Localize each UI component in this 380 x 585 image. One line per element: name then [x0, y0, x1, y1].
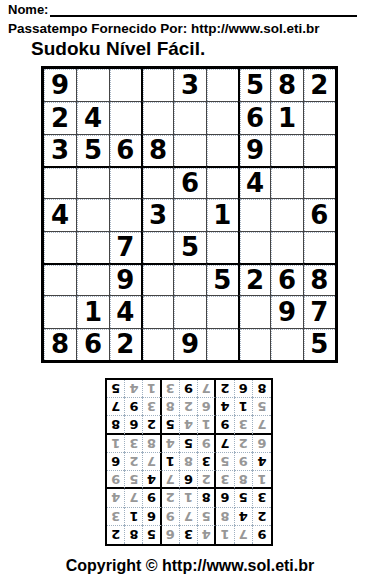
solution-solved-digit: 5: [257, 400, 266, 413]
name-row: Nome:: [8, 2, 357, 17]
solution-solved-digit: 4: [166, 437, 175, 450]
given-digit: 7: [116, 234, 134, 260]
solution-solved-digit: 1: [220, 528, 229, 541]
solution-cell-r9c1: 8: [253, 380, 271, 398]
given-digit: 8: [278, 72, 296, 98]
solution-solved-digit: 8: [220, 510, 229, 523]
solution-cell-r9c7: 1: [143, 380, 161, 398]
solution-cell-r3c7: 9: [143, 489, 161, 507]
solution-solved-digit: 7: [202, 382, 211, 395]
given-digit: 5: [246, 72, 264, 98]
solution-solved-digit: 5: [129, 473, 138, 486]
solution-cell-r7c5: 4: [180, 416, 198, 434]
given-digit: 1: [278, 105, 296, 131]
given-digit: 8: [310, 267, 328, 293]
solution-given-digit: 6: [239, 382, 248, 395]
cell-r1c8: 8: [270, 69, 302, 101]
cell-r6c2: [76, 231, 108, 263]
given-digit: 9: [246, 137, 264, 163]
cell-r5c8: [270, 198, 302, 230]
solution-cell-r6c9: 1: [107, 435, 125, 453]
cell-r5c2: [76, 198, 108, 230]
solution-solved-digit: 9: [202, 437, 211, 450]
given-digit: 1: [84, 299, 102, 325]
given-digit: 2: [51, 105, 69, 131]
solution-solved-digit: 4: [111, 491, 120, 504]
given-digit: 5: [213, 267, 231, 293]
solution-cell-r2c7: 6: [143, 508, 161, 526]
cell-r3c7: 9: [238, 134, 270, 166]
cell-r4c5: 6: [173, 166, 205, 198]
cell-r8c8: 9: [270, 295, 302, 327]
given-digit: 4: [51, 202, 69, 228]
solution-solved-digit: 3: [129, 437, 138, 450]
solution-given-digit: 3: [184, 528, 193, 541]
solution-cell-r7c8: 6: [125, 416, 143, 434]
cell-r3c6: [206, 134, 238, 166]
solution-solved-digit: 1: [147, 382, 156, 395]
cell-r3c5: [173, 134, 205, 166]
solution-given-digit: 9: [220, 418, 229, 431]
solution-solved-digit: 2: [202, 473, 211, 486]
solution-cell-r4c8: 5: [125, 471, 143, 489]
solution-cell-r6c4: 9: [198, 435, 216, 453]
printable-sudoku-page: Nome: Passatempo Fornecido Por: http://w…: [0, 0, 380, 585]
solution-cell-r3c2: 5: [235, 489, 253, 507]
main-sudoku-grid: 935822461356896443167595268149786295: [41, 66, 338, 363]
solution-cell-r4c3: 3: [216, 471, 234, 489]
cell-r9c2: 6: [76, 328, 108, 360]
cell-r6c1: [44, 231, 76, 263]
cell-r1c2: [76, 69, 108, 101]
solution-given-digit: 8: [111, 418, 120, 431]
solution-cell-r8c1: 5: [253, 398, 271, 416]
cell-r5c6: 1: [206, 198, 238, 230]
solution-solved-digit: 8: [147, 437, 156, 450]
solution-given-digit: 4: [257, 455, 266, 468]
solution-given-digit: 9: [184, 382, 193, 395]
given-digit: 1: [213, 202, 231, 228]
solution-solved-digit: 3: [166, 382, 175, 395]
cell-r9c3: 2: [109, 328, 141, 360]
solution-solved-digit: 4: [202, 528, 211, 541]
given-digit: 3: [51, 137, 69, 163]
solution-cell-r9c5: 9: [180, 380, 198, 398]
cell-r1c4: [141, 69, 173, 101]
cell-r8c7: [238, 295, 270, 327]
solution-cell-r3c1: 3: [253, 489, 271, 507]
cell-r6c3: 7: [109, 231, 141, 263]
given-digit: 6: [310, 202, 328, 228]
cell-r8c9: 7: [303, 295, 335, 327]
solution-solved-digit: 4: [129, 382, 138, 395]
solution-cell-r8c6: 8: [162, 398, 180, 416]
cell-r6c9: [303, 231, 335, 263]
cell-r2c4: [141, 101, 173, 133]
cell-r3c2: 5: [76, 134, 108, 166]
solution-cell-r8c7: 3: [143, 398, 161, 416]
cell-r4c9: [303, 166, 335, 198]
page-title: Sudoku Nível Fácil.: [31, 38, 205, 60]
cell-r5c1: 4: [44, 198, 76, 230]
given-digit: 9: [278, 299, 296, 325]
cell-r7c1: [44, 263, 76, 295]
solution-given-digit: 3: [257, 491, 266, 504]
given-digit: 5: [181, 234, 199, 260]
cell-r4c6: [206, 166, 238, 198]
solution-cell-r1c8: 8: [125, 526, 143, 544]
cell-r3c4: 8: [141, 134, 173, 166]
solution-cell-r8c8: 9: [125, 398, 143, 416]
solution-grid: 9714365822485796133568129741832674594953…: [105, 378, 273, 546]
given-digit: 9: [51, 72, 69, 98]
solution-given-digit: 1: [239, 400, 248, 413]
given-digit: 3: [181, 72, 199, 98]
solution-solved-digit: 7: [239, 528, 248, 541]
solution-cell-r2c6: 9: [162, 508, 180, 526]
solution-cell-r6c7: 8: [143, 435, 161, 453]
cell-r1c7: 5: [238, 69, 270, 101]
given-digit: 4: [246, 170, 264, 196]
solution-given-digit: 4: [220, 400, 229, 413]
cell-r4c2: [76, 166, 108, 198]
solution-cell-r7c1: 7: [253, 416, 271, 434]
solution-given-digit: 5: [184, 437, 193, 450]
solution-given-digit: 8: [257, 382, 266, 395]
given-digit: 6: [84, 331, 102, 357]
solution-cell-r1c2: 7: [235, 526, 253, 544]
copyright-text: Copyright © http://www.sol.eti.br: [0, 557, 380, 575]
solution-cell-r9c3: 2: [216, 380, 234, 398]
solution-cell-r9c9: 5: [107, 380, 125, 398]
given-digit: 2: [310, 72, 328, 98]
cell-r8c2: 1: [76, 295, 108, 327]
solution-cell-r9c2: 6: [235, 380, 253, 398]
solution-solved-digit: 3: [220, 473, 229, 486]
solution-cell-r3c6: 2: [162, 489, 180, 507]
solution-cell-r5c7: 7: [143, 453, 161, 471]
solution-cell-r8c4: 6: [198, 398, 216, 416]
solution-cell-r3c8: 7: [125, 489, 143, 507]
solution-cell-r9c4: 7: [198, 380, 216, 398]
cell-r7c9: 8: [303, 263, 335, 295]
solution-given-digit: 8: [202, 491, 211, 504]
solution-cell-r2c8: 1: [125, 508, 143, 526]
cell-r5c3: [109, 198, 141, 230]
solution-cell-r6c5: 5: [180, 435, 198, 453]
solution-solved-digit: 2: [129, 455, 138, 468]
solution-cell-r6c1: 6: [253, 435, 271, 453]
cell-r2c8: 1: [270, 101, 302, 133]
solution-cell-r5c3: 5: [216, 453, 234, 471]
solution-cell-r2c1: 2: [253, 508, 271, 526]
cell-r8c6: [206, 295, 238, 327]
solution-solved-digit: 6: [202, 400, 211, 413]
cell-r5c5: [173, 198, 205, 230]
given-digit: 3: [149, 202, 167, 228]
given-digit: 5: [84, 137, 102, 163]
cell-r7c3: 9: [109, 263, 141, 295]
solution-cell-r3c9: 4: [107, 489, 125, 507]
solution-given-digit: 2: [111, 528, 120, 541]
cell-r7c7: 2: [238, 263, 270, 295]
cell-r6c7: [238, 231, 270, 263]
solution-cell-r5c5: 8: [180, 453, 198, 471]
solution-cell-r5c6: 1: [162, 453, 180, 471]
solution-solved-digit: 5: [220, 455, 229, 468]
cell-r7c6: 5: [206, 263, 238, 295]
solution-given-digit: 6: [111, 455, 120, 468]
cell-r3c1: 3: [44, 134, 76, 166]
solution-solved-digit: 9: [111, 473, 120, 486]
solution-cell-r6c8: 3: [125, 435, 143, 453]
cell-r5c7: [238, 198, 270, 230]
solution-solved-digit: 4: [184, 418, 193, 431]
cell-r2c9: [303, 101, 335, 133]
solution-cell-r1c7: 5: [143, 526, 161, 544]
solution-cell-r7c9: 8: [107, 416, 125, 434]
cell-r7c2: [76, 263, 108, 295]
cell-r2c5: [173, 101, 205, 133]
cell-r6c5: 5: [173, 231, 205, 263]
solution-given-digit: 6: [184, 473, 193, 486]
solution-given-digit: 8: [129, 528, 138, 541]
solution-given-digit: 6: [220, 491, 229, 504]
solution-cell-r8c5: 2: [180, 398, 198, 416]
cell-r1c9: 2: [303, 69, 335, 101]
cell-r9c6: [206, 328, 238, 360]
solution-solved-digit: 1: [184, 491, 193, 504]
cell-r2c6: [206, 101, 238, 133]
solution-given-digit: 6: [129, 418, 138, 431]
given-digit: 4: [116, 299, 134, 325]
solution-solved-digit: 9: [166, 510, 175, 523]
solution-given-digit: 5: [166, 418, 175, 431]
solution-given-digit: 9: [257, 528, 266, 541]
provided-by-text: Passatempo Fornecido Por: http://www.sol…: [8, 21, 320, 36]
solution-solved-digit: 8: [239, 473, 248, 486]
given-digit: 5: [310, 331, 328, 357]
cell-r7c5: [173, 263, 205, 295]
solution-cell-r1c1: 9: [253, 526, 271, 544]
solution-cell-r6c3: 7: [216, 435, 234, 453]
solution-cell-r4c4: 2: [198, 471, 216, 489]
solution-cell-r7c2: 3: [235, 416, 253, 434]
solution-given-digit: 3: [202, 455, 211, 468]
solution-solved-digit: 3: [147, 400, 156, 413]
solution-cell-r4c7: 4: [143, 471, 161, 489]
solution-cell-r5c9: 6: [107, 453, 125, 471]
solution-cell-r1c6: 6: [162, 526, 180, 544]
given-digit: 6: [116, 137, 134, 163]
solution-solved-digit: 8: [184, 455, 193, 468]
cell-r4c8: [270, 166, 302, 198]
solution-given-digit: 5: [147, 528, 156, 541]
solution-cell-r4c2: 8: [235, 471, 253, 489]
cell-r3c3: 6: [109, 134, 141, 166]
cell-r8c1: [44, 295, 76, 327]
given-digit: 6: [278, 267, 296, 293]
solution-solved-digit: 1: [111, 437, 120, 450]
cell-r3c9: [303, 134, 335, 166]
cell-r8c3: 4: [109, 295, 141, 327]
given-digit: 8: [149, 137, 167, 163]
cell-r9c5: 9: [173, 328, 205, 360]
solution-cell-r3c4: 8: [198, 489, 216, 507]
solution-solved-digit: 6: [166, 528, 175, 541]
cell-r1c6: [206, 69, 238, 101]
solution-solved-digit: 6: [257, 437, 266, 450]
solution-solved-digit: 7: [257, 418, 266, 431]
cell-r4c3: [109, 166, 141, 198]
cell-r2c2: 4: [76, 101, 108, 133]
solution-cell-r3c3: 6: [216, 489, 234, 507]
solution-cell-r2c9: 3: [107, 508, 125, 526]
cell-r1c3: [109, 69, 141, 101]
solution-given-digit: 1: [129, 510, 138, 523]
given-digit: 2: [116, 331, 134, 357]
cell-r2c7: 6: [238, 101, 270, 133]
solution-cell-r2c5: 7: [180, 508, 198, 526]
solution-solved-digit: 8: [166, 400, 175, 413]
solution-cell-r6c2: 2: [235, 435, 253, 453]
given-digit: 6: [181, 170, 199, 196]
solution-cell-r6c6: 4: [162, 435, 180, 453]
solution-given-digit: 5: [239, 491, 248, 504]
given-digit: 9: [116, 267, 134, 293]
solution-cell-r1c9: 2: [107, 526, 125, 544]
given-digit: 9: [181, 331, 199, 357]
cell-r9c8: [270, 328, 302, 360]
solution-cell-r1c4: 4: [198, 526, 216, 544]
cell-r9c7: [238, 328, 270, 360]
solution-given-digit: 6: [147, 510, 156, 523]
solution-solved-digit: 2: [166, 491, 175, 504]
solution-cell-r8c3: 4: [216, 398, 234, 416]
solution-cell-r7c4: 1: [198, 416, 216, 434]
solution-cell-r5c2: 9: [235, 453, 253, 471]
solution-solved-digit: 3: [239, 418, 248, 431]
solution-cell-r4c9: 9: [107, 471, 125, 489]
solution-cell-r7c7: 2: [143, 416, 161, 434]
cell-r1c5: 3: [173, 69, 205, 101]
cell-r8c4: [141, 295, 173, 327]
cell-r4c7: 4: [238, 166, 270, 198]
solution-given-digit: 2: [147, 418, 156, 431]
solution-solved-digit: 3: [111, 510, 120, 523]
solution-solved-digit: 5: [202, 510, 211, 523]
solution-cell-r4c6: 7: [162, 471, 180, 489]
solution-given-digit: 7: [111, 400, 120, 413]
solution-solved-digit: 7: [184, 510, 193, 523]
given-digit: 2: [246, 267, 264, 293]
name-label: Nome:: [8, 2, 48, 17]
solution-given-digit: 1: [166, 455, 175, 468]
solution-given-digit: 4: [147, 473, 156, 486]
cell-r9c4: [141, 328, 173, 360]
cell-r8c5: [173, 295, 205, 327]
solution-cell-r2c2: 4: [235, 508, 253, 526]
solution-cell-r5c4: 3: [198, 453, 216, 471]
solution-given-digit: 4: [239, 510, 248, 523]
solution-solved-digit: 9: [239, 455, 248, 468]
cell-r6c6: [206, 231, 238, 263]
solution-cell-r4c1: 1: [253, 471, 271, 489]
given-digit: 7: [310, 299, 328, 325]
given-digit: 6: [246, 105, 264, 131]
name-blank-line: [50, 2, 357, 17]
cell-r9c1: 8: [44, 328, 76, 360]
cell-r1c1: 9: [44, 69, 76, 101]
solution-solved-digit: 1: [257, 473, 266, 486]
solution-cell-r1c5: 3: [180, 526, 198, 544]
solution-given-digit: 9: [147, 491, 156, 504]
cell-r5c9: 6: [303, 198, 335, 230]
solution-cell-r7c6: 5: [162, 416, 180, 434]
solution-given-digit: 7: [220, 437, 229, 450]
cell-r3c8: [270, 134, 302, 166]
solution-cell-r8c9: 7: [107, 398, 125, 416]
solution-cell-r7c3: 9: [216, 416, 234, 434]
solution-cell-r3c5: 1: [180, 489, 198, 507]
cell-r2c3: [109, 101, 141, 133]
cell-r4c1: [44, 166, 76, 198]
solution-solved-digit: 2: [239, 437, 248, 450]
solution-solved-digit: 7: [147, 455, 156, 468]
solution-cell-r8c2: 1: [235, 398, 253, 416]
given-digit: 8: [51, 331, 69, 357]
cell-r7c4: [141, 263, 173, 295]
solution-solved-digit: 2: [184, 400, 193, 413]
cell-r6c8: [270, 231, 302, 263]
solution-cell-r9c6: 3: [162, 380, 180, 398]
solution-given-digit: 2: [220, 382, 229, 395]
solution-cell-r5c8: 2: [125, 453, 143, 471]
cell-r6c4: [141, 231, 173, 263]
cell-r2c1: 2: [44, 101, 76, 133]
cell-r5c4: 3: [141, 198, 173, 230]
solution-cell-r5c1: 4: [253, 453, 271, 471]
solution-cell-r2c4: 5: [198, 508, 216, 526]
solution-given-digit: 5: [111, 382, 120, 395]
solution-solved-digit: 1: [202, 418, 211, 431]
solution-cell-r9c8: 4: [125, 380, 143, 398]
solution-cell-r2c3: 8: [216, 508, 234, 526]
cell-r7c8: 6: [270, 263, 302, 295]
cell-r9c9: 5: [303, 328, 335, 360]
solution-solved-digit: 7: [129, 491, 138, 504]
solution-cell-r4c5: 6: [180, 471, 198, 489]
given-digit: 4: [84, 105, 102, 131]
solution-cell-r1c3: 1: [216, 526, 234, 544]
cell-r4c4: [141, 166, 173, 198]
solution-given-digit: 9: [129, 400, 138, 413]
solution-solved-digit: 7: [166, 473, 175, 486]
solution-given-digit: 2: [257, 510, 266, 523]
